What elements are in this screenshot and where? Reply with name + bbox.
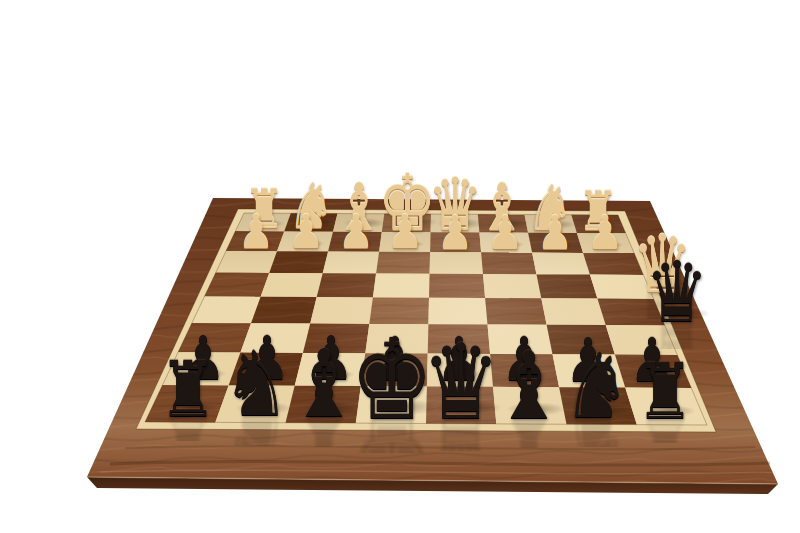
chessboard-photo: ♜♜♞♞♝♝♛♛♚♚♝♝♞♞♜♜♟♟♟♟♟♟♟♟♟♟♟♟♟♟♟♟♜♞♝♛♚♝♞♜…: [40, 16, 800, 533]
chess-board: [40, 16, 800, 533]
